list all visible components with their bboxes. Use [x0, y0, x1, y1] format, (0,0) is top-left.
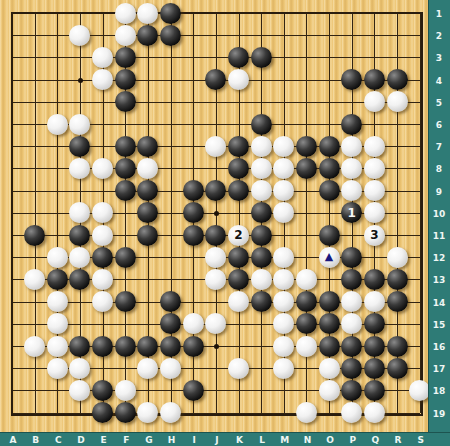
black-stone-N14 — [296, 291, 317, 312]
col-label-H: H — [168, 435, 176, 445]
row-label-19: 19 — [433, 409, 446, 419]
black-stone-K9 — [228, 180, 249, 201]
white-stone-C16 — [47, 336, 68, 357]
row-label-12: 12 — [433, 253, 446, 263]
white-stone-F18 — [115, 380, 136, 401]
row-label-1: 1 — [436, 9, 442, 19]
black-stone-Q16 — [364, 336, 385, 357]
black-stone-Q17 — [364, 358, 385, 379]
black-stone-F8 — [115, 158, 136, 179]
black-stone-B11 — [24, 225, 45, 246]
row-label-8: 8 — [436, 164, 442, 174]
row-label-11: 11 — [433, 231, 446, 241]
black-stone-O16 — [319, 336, 340, 357]
white-stone-E8 — [92, 158, 113, 179]
column-coordinate-strip — [0, 432, 450, 446]
black-stone-H14 — [160, 291, 181, 312]
black-stone-P6 — [341, 114, 362, 135]
go-board-window: 123▲ ABCDEFGHIJKLMNOPQRS1234567891011121… — [0, 0, 450, 446]
white-stone-N19 — [296, 402, 317, 423]
black-stone-L10 — [251, 202, 272, 223]
col-label-C: C — [55, 435, 62, 445]
black-stone-I9 — [183, 180, 204, 201]
black-stone-E16 — [92, 336, 113, 357]
black-stone-D16 — [69, 336, 90, 357]
white-stone-M16 — [273, 336, 294, 357]
white-stone-M12 — [273, 247, 294, 268]
black-stone-G7 — [137, 136, 158, 157]
white-stone-D6 — [69, 114, 90, 135]
star-point — [214, 344, 219, 349]
white-stone-C6 — [47, 114, 68, 135]
white-stone-E13 — [92, 269, 113, 290]
row-label-18: 18 — [433, 386, 446, 396]
black-stone-O9 — [319, 180, 340, 201]
black-stone-F14 — [115, 291, 136, 312]
white-stone-D17 — [69, 358, 90, 379]
white-stone-Q11: 3 — [364, 225, 385, 246]
black-stone-F9 — [115, 180, 136, 201]
black-stone-Q18 — [364, 380, 385, 401]
white-stone-D2 — [69, 25, 90, 46]
white-stone-J7 — [205, 136, 226, 157]
black-stone-F5 — [115, 91, 136, 112]
black-stone-Q13 — [364, 269, 385, 290]
col-label-G: G — [145, 435, 152, 445]
white-stone-F2 — [115, 25, 136, 46]
white-stone-Q7 — [364, 136, 385, 157]
black-stone-R16 — [387, 336, 408, 357]
col-label-B: B — [32, 435, 39, 445]
white-stone-L8 — [251, 158, 272, 179]
black-stone-R17 — [387, 358, 408, 379]
row-label-9: 9 — [436, 187, 442, 197]
col-label-K: K — [236, 435, 243, 445]
row-label-6: 6 — [436, 120, 442, 130]
white-stone-K4 — [228, 69, 249, 90]
row-label-17: 17 — [433, 364, 446, 374]
white-stone-Q9 — [364, 180, 385, 201]
black-stone-K3 — [228, 47, 249, 68]
black-stone-H16 — [160, 336, 181, 357]
black-stone-R13 — [387, 269, 408, 290]
row-label-7: 7 — [436, 142, 442, 152]
black-stone-L11 — [251, 225, 272, 246]
row-label-16: 16 — [433, 342, 446, 352]
black-stone-K12 — [228, 247, 249, 268]
col-label-F: F — [123, 435, 129, 445]
star-point — [78, 78, 83, 83]
black-stone-I18 — [183, 380, 204, 401]
col-label-P: P — [349, 435, 356, 445]
white-stone-H19 — [160, 402, 181, 423]
black-stone-P18 — [341, 380, 362, 401]
col-label-R: R — [395, 435, 402, 445]
white-stone-O17 — [319, 358, 340, 379]
black-stone-P17 — [341, 358, 362, 379]
black-stone-J11 — [205, 225, 226, 246]
white-stone-E11 — [92, 225, 113, 246]
white-stone-E3 — [92, 47, 113, 68]
black-stone-F12 — [115, 247, 136, 268]
white-stone-N13 — [296, 269, 317, 290]
white-stone-K11: 2 — [228, 225, 249, 246]
white-stone-C14 — [47, 291, 68, 312]
white-stone-N16 — [296, 336, 317, 357]
black-stone-C13 — [47, 269, 68, 290]
black-stone-O8 — [319, 158, 340, 179]
black-stone-O14 — [319, 291, 340, 312]
col-label-N: N — [304, 435, 312, 445]
white-stone-G1 — [137, 3, 158, 24]
move-number-1: 1 — [348, 207, 356, 219]
white-stone-P7 — [341, 136, 362, 157]
black-stone-F19 — [115, 402, 136, 423]
black-stone-Q4 — [364, 69, 385, 90]
row-label-5: 5 — [436, 98, 442, 108]
black-stone-E18 — [92, 380, 113, 401]
black-stone-H1 — [160, 3, 181, 24]
black-stone-E12 — [92, 247, 113, 268]
white-stone-B16 — [24, 336, 45, 357]
row-coordinate-strip — [428, 0, 450, 446]
black-stone-D7 — [69, 136, 90, 157]
white-stone-K17 — [228, 358, 249, 379]
black-stone-F3 — [115, 47, 136, 68]
black-stone-D11 — [69, 225, 90, 246]
white-stone-O18 — [319, 380, 340, 401]
black-stone-P16 — [341, 336, 362, 357]
move-number-2: 2 — [234, 229, 242, 241]
white-stone-O12: ▲ — [319, 247, 340, 268]
white-stone-F1 — [115, 3, 136, 24]
white-stone-R12 — [387, 247, 408, 268]
white-stone-Q8 — [364, 158, 385, 179]
black-stone-N8 — [296, 158, 317, 179]
row-label-2: 2 — [436, 31, 442, 41]
white-stone-L9 — [251, 180, 272, 201]
white-stone-C17 — [47, 358, 68, 379]
black-stone-G11 — [137, 225, 158, 246]
black-stone-K8 — [228, 158, 249, 179]
white-stone-C12 — [47, 247, 68, 268]
col-label-J: J — [215, 435, 218, 445]
col-label-I: I — [193, 435, 196, 445]
black-stone-P12 — [341, 247, 362, 268]
white-stone-B13 — [24, 269, 45, 290]
black-stone-R4 — [387, 69, 408, 90]
white-stone-H17 — [160, 358, 181, 379]
white-stone-L7 — [251, 136, 272, 157]
black-stone-I10 — [183, 202, 204, 223]
row-label-15: 15 — [433, 320, 446, 330]
white-stone-M17 — [273, 358, 294, 379]
black-stone-O7 — [319, 136, 340, 157]
col-label-A: A — [10, 435, 17, 445]
col-label-Q: Q — [372, 435, 380, 445]
row-label-3: 3 — [436, 53, 442, 63]
black-stone-O11 — [319, 225, 340, 246]
black-stone-G2 — [137, 25, 158, 46]
move-number-3: 3 — [370, 229, 378, 241]
white-stone-D12 — [69, 247, 90, 268]
black-stone-N7 — [296, 136, 317, 157]
black-stone-K13 — [228, 269, 249, 290]
black-stone-I11 — [183, 225, 204, 246]
triangle-marker: ▲ — [325, 251, 333, 262]
black-stone-O15 — [319, 313, 340, 334]
col-label-M: M — [280, 435, 289, 445]
white-stone-M7 — [273, 136, 294, 157]
star-point — [214, 211, 219, 216]
black-stone-F7 — [115, 136, 136, 157]
white-stone-G17 — [137, 358, 158, 379]
black-stone-K7 — [228, 136, 249, 157]
black-stone-H2 — [160, 25, 181, 46]
row-label-10: 10 — [433, 209, 446, 219]
white-stone-Q14 — [364, 291, 385, 312]
black-stone-L3 — [251, 47, 272, 68]
white-stone-L13 — [251, 269, 272, 290]
white-stone-Q19 — [364, 402, 385, 423]
black-stone-F4 — [115, 69, 136, 90]
black-stone-G16 — [137, 336, 158, 357]
col-label-O: O — [326, 435, 334, 445]
col-label-E: E — [101, 435, 107, 445]
col-label-D: D — [77, 435, 84, 445]
black-stone-I16 — [183, 336, 204, 357]
black-stone-P13 — [341, 269, 362, 290]
white-stone-P8 — [341, 158, 362, 179]
col-label-L: L — [259, 435, 265, 445]
white-stone-R5 — [387, 91, 408, 112]
black-stone-L6 — [251, 114, 272, 135]
white-stone-C15 — [47, 313, 68, 334]
row-label-4: 4 — [436, 76, 442, 86]
white-stone-I15 — [183, 313, 204, 334]
black-stone-F16 — [115, 336, 136, 357]
col-label-S: S — [417, 435, 423, 445]
black-stone-R14 — [387, 291, 408, 312]
white-stone-J12 — [205, 247, 226, 268]
white-stone-K14 — [228, 291, 249, 312]
black-stone-L14 — [251, 291, 272, 312]
row-label-13: 13 — [433, 275, 446, 285]
row-label-14: 14 — [433, 298, 446, 308]
black-stone-L12 — [251, 247, 272, 268]
